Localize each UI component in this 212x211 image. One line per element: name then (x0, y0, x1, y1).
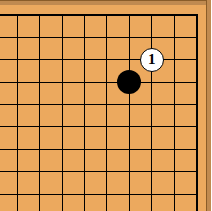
move-number-label: 1 (148, 52, 156, 67)
grid-line-vertical (39, 14, 40, 211)
go-diagram: 1 (0, 0, 211, 211)
go-board: 1 (0, 0, 211, 211)
grid-line-vertical (151, 14, 152, 211)
white-stone-R17: 1 (140, 48, 164, 72)
grid-line-vertical (196, 14, 198, 211)
grid-line-vertical (84, 14, 85, 211)
grid-line-horizontal (0, 37, 198, 38)
grid-line-horizontal (0, 59, 198, 60)
grid-line-vertical (129, 14, 130, 211)
grid-line-vertical (17, 14, 18, 211)
grid-line-horizontal (0, 104, 198, 105)
grid-line-horizontal (0, 82, 198, 83)
grid-line-horizontal (0, 171, 198, 172)
grid-line-horizontal (0, 126, 198, 127)
grid-line-vertical (174, 14, 175, 211)
grid-line-vertical (62, 14, 63, 211)
board-frame-right (206, 0, 212, 211)
board-frame-top (0, 0, 211, 5)
grid-line-horizontal (0, 149, 198, 150)
grid-line-vertical (106, 14, 107, 211)
grid-line-horizontal (0, 194, 198, 195)
black-stone-Q16 (117, 70, 141, 94)
grid-line-horizontal (0, 14, 198, 16)
